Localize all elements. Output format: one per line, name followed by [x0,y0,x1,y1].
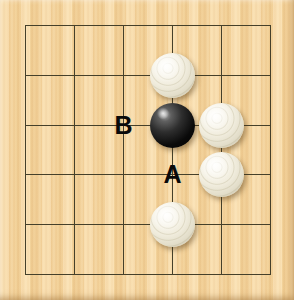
board-cell [74,174,123,224]
white-stone [150,202,195,247]
board-cell [25,224,74,274]
white-stone [150,53,195,98]
point-label-A: A [156,158,190,192]
black-stone [150,103,195,148]
board-grid [25,25,271,275]
white-stone [199,103,244,148]
board-cell [221,224,270,274]
board-cell [221,25,270,75]
board-cell [74,224,123,274]
go-board: BA [0,0,294,300]
board-cell [25,174,74,224]
point-label-B: B [107,108,141,142]
board-cell [74,25,123,75]
board-cell [25,125,74,175]
board-cell [25,75,74,125]
board-cell [25,25,74,75]
